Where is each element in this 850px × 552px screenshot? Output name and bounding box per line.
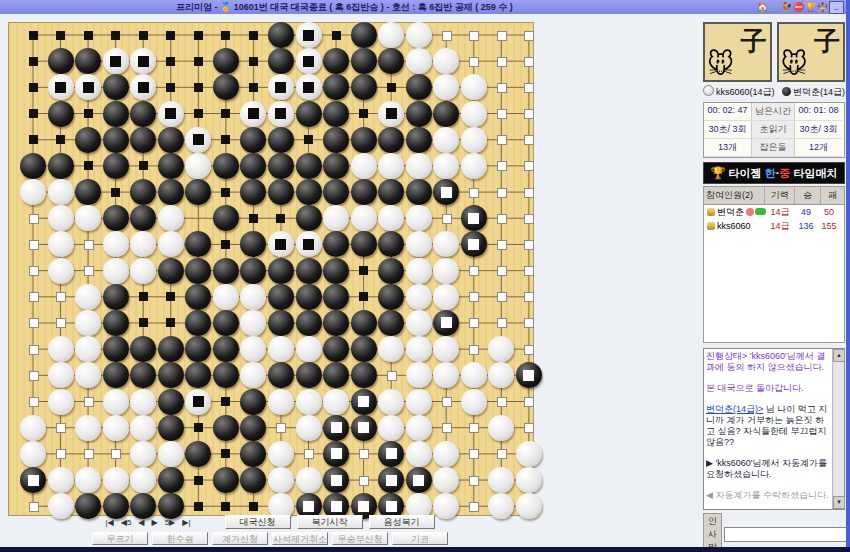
white-stone	[213, 284, 239, 310]
dead-black-stone	[378, 441, 404, 467]
black-stone	[378, 310, 404, 336]
white-stone	[296, 415, 322, 441]
black-territory-marker	[359, 266, 368, 275]
black-stone	[213, 310, 239, 336]
black-stone	[268, 22, 294, 48]
black-square-mark	[275, 82, 286, 93]
black-stone	[20, 153, 46, 179]
button-복기시작[interactable]: 복기시작	[297, 515, 363, 529]
black-territory-marker	[221, 240, 230, 249]
participant-win: 49	[794, 207, 818, 217]
black-captures: 12개	[795, 139, 842, 157]
window-right-border	[846, 0, 850, 552]
white-stone	[103, 389, 129, 415]
white-square-mark	[386, 501, 397, 512]
white-territory-marker	[524, 318, 534, 328]
black-stone	[158, 258, 184, 284]
black-territory-marker	[249, 502, 258, 511]
dead-black-stone	[516, 362, 542, 388]
black-territory-marker	[194, 476, 203, 485]
white-stone	[48, 258, 74, 284]
chat-messages: 진행상태> 'kks6060'님께서 결과에 동의 하지 않으셨습니다.본 대국…	[706, 351, 831, 507]
white-territory-marker	[442, 214, 452, 224]
white-stone	[378, 389, 404, 415]
white-stone	[406, 310, 432, 336]
black-stone	[268, 127, 294, 153]
white-stone	[406, 415, 432, 441]
white-stone	[433, 127, 459, 153]
black-territory-marker	[29, 109, 38, 118]
white-stone	[406, 231, 432, 257]
black-stone	[351, 22, 377, 48]
castle-icon[interactable]: 🏰	[817, 2, 828, 13]
dead-white-stone	[268, 101, 294, 127]
white-territory-marker	[524, 83, 534, 93]
white-territory-marker	[497, 214, 507, 224]
white-square-mark	[468, 239, 479, 250]
scroll-down-icon[interactable]: ▼	[833, 496, 845, 509]
black-territory-marker	[56, 31, 65, 40]
black-stone	[323, 258, 349, 284]
black-territory-marker	[111, 188, 120, 197]
white-square-mark	[523, 370, 534, 381]
black-stone	[296, 205, 322, 231]
white-stone	[103, 231, 129, 257]
cart-icon[interactable]: 🛒	[769, 2, 780, 13]
black-stone	[103, 205, 129, 231]
dead-white-stone	[296, 74, 322, 100]
white-stone	[48, 336, 74, 362]
banner-text: 중	[779, 167, 790, 179]
black-territory-marker	[194, 57, 203, 66]
black-square-mark	[275, 239, 286, 250]
black-square-mark	[193, 134, 204, 145]
black-territory-marker	[221, 502, 230, 511]
white-stone	[268, 467, 294, 493]
white-territory-marker	[469, 318, 479, 328]
white-stone	[268, 441, 294, 467]
participant-rank: 14급	[766, 206, 794, 219]
black-stone	[103, 362, 129, 388]
white-stone	[461, 153, 487, 179]
black-territory-marker	[221, 31, 230, 40]
black-territory-marker	[276, 214, 285, 223]
black-stone	[240, 127, 266, 153]
black-territory-marker	[221, 135, 230, 144]
col-losses: 패	[821, 187, 844, 204]
white-stone	[20, 415, 46, 441]
black-square-mark	[83, 82, 94, 93]
white-stone	[20, 441, 46, 467]
black-territory-marker	[249, 214, 258, 223]
black-stone	[296, 284, 322, 310]
black-stone	[158, 362, 184, 388]
title-bar: 프리미엄 - 🏅 10601번 대국 대국종료 ( 흑 6집반승 ) - 호선 …	[0, 0, 850, 14]
byoyomi-label: 초읽기	[751, 121, 795, 139]
white-territory-marker	[497, 266, 507, 276]
white-territory-marker	[29, 318, 39, 328]
black-stone	[406, 101, 432, 127]
white-stone	[75, 284, 101, 310]
white-territory-marker	[469, 449, 479, 459]
white-stone	[461, 127, 487, 153]
nav-|◀[interactable]: |◀	[106, 518, 114, 527]
black-stone	[213, 467, 239, 493]
white-stone	[406, 441, 432, 467]
white-stone	[48, 362, 74, 388]
black-stone	[103, 101, 129, 127]
black-stone	[213, 48, 239, 74]
white-stone	[433, 284, 459, 310]
white-stone	[406, 336, 432, 362]
event-banner[interactable]: 🏆 타이젬 한·중 타임매치	[703, 162, 845, 184]
dead-black-stone	[351, 389, 377, 415]
black-territory-marker	[84, 31, 93, 40]
home-icon[interactable]: 🏠	[757, 2, 768, 13]
black-stone	[268, 284, 294, 310]
white-territory-marker	[442, 397, 452, 407]
button-한수쉼[interactable]: 한수쉼	[152, 532, 208, 545]
black-stone	[323, 127, 349, 153]
button-사석제거취소[interactable]: 사석제거취소	[272, 532, 328, 545]
nav-▶[interactable]: ▶	[152, 518, 158, 527]
flower-badge-icon	[746, 208, 754, 216]
black-square-mark	[138, 56, 149, 67]
white-territory-marker	[29, 266, 39, 276]
black-square-mark	[138, 82, 149, 93]
button-대국신청[interactable]: 대국신청	[225, 515, 291, 529]
white-stone	[240, 284, 266, 310]
white-territory-marker	[469, 57, 479, 67]
white-territory-marker	[56, 292, 66, 302]
black-stone	[185, 441, 211, 467]
white-territory-marker	[56, 449, 66, 459]
black-square-mark	[248, 108, 259, 119]
black-territory-marker	[166, 83, 175, 92]
black-territory-marker	[249, 57, 258, 66]
white-territory-marker	[524, 161, 534, 171]
button-무승부신청[interactable]: 무승부신청	[332, 532, 388, 545]
white-square-mark	[358, 422, 369, 433]
black-square-mark	[386, 108, 397, 119]
black-stone	[213, 362, 239, 388]
black-stone	[75, 127, 101, 153]
white-square-mark	[331, 475, 342, 486]
black-territory-marker	[29, 83, 38, 92]
white-square-mark	[441, 317, 452, 328]
black-stone	[323, 284, 349, 310]
white-territory-marker	[497, 397, 507, 407]
white-square-mark	[441, 187, 452, 198]
white-stone	[406, 48, 432, 74]
stop-icon[interactable]: ⛔	[793, 2, 804, 13]
mouse-avatar-icon: 🐭	[781, 49, 808, 80]
chat-scrollbar[interactable]: ▲ ▼	[832, 349, 844, 509]
black-stone	[268, 48, 294, 74]
white-territory-marker	[469, 502, 479, 512]
white-territory-marker	[524, 266, 534, 276]
button-기권[interactable]: 기권	[392, 532, 448, 545]
white-stone	[75, 467, 101, 493]
window-title: 프리미엄 - 🏅 10601번 대국 대국종료 ( 흑 6집반승 ) - 호선 …	[176, 1, 513, 14]
black-territory-marker	[304, 135, 313, 144]
captures-label: 잡은돌	[751, 139, 795, 157]
avatar-character: 子	[741, 24, 767, 59]
white-player-avatar: 🐭 子	[703, 22, 772, 82]
black-territory-marker	[166, 292, 175, 301]
white-territory-marker	[497, 83, 507, 93]
black-territory-marker	[194, 423, 203, 432]
banner-text: 타이젬	[729, 167, 765, 179]
white-territory-marker	[359, 449, 369, 459]
black-stone	[48, 153, 74, 179]
black-territory-marker	[359, 292, 368, 301]
white-territory-marker	[524, 240, 534, 250]
white-stone	[516, 441, 542, 467]
black-square-mark	[110, 56, 121, 67]
black-territory-marker	[84, 161, 93, 170]
go-board[interactable]	[8, 22, 534, 516]
white-stone	[406, 258, 432, 284]
white-stone	[103, 467, 129, 493]
button-계가신청[interactable]: 계가신청	[212, 532, 268, 545]
window-bottom-border	[0, 547, 850, 552]
banner-text: 타임매치	[790, 167, 837, 179]
banner-text: 한	[765, 167, 776, 179]
dead-black-stone	[20, 467, 46, 493]
dead-white-stone	[378, 101, 404, 127]
black-stone	[351, 310, 377, 336]
black-stone	[351, 179, 377, 205]
white-square-mark	[413, 475, 424, 486]
white-stone	[103, 415, 129, 441]
move-nav-buttons[interactable]: |◀◀5◀▶5▶▶|	[106, 518, 191, 527]
chat-input[interactable]	[724, 527, 847, 542]
white-stone	[75, 415, 101, 441]
black-stone	[351, 362, 377, 388]
black-stone	[268, 153, 294, 179]
chat-message: 변덕춘(14급)> 님 나이 먹고 지니까 계가 거부하는 늙은짓 하고 싶음?…	[706, 404, 831, 448]
white-territory-marker	[29, 371, 39, 381]
white-territory-marker	[276, 423, 286, 433]
black-stone	[213, 336, 239, 362]
black-time: 00: 01: 08	[795, 103, 842, 121]
sidebar: 🐭 子 🐭 子 kks6060(14급) 변덕춘(14급) 00: 02: 47…	[703, 22, 845, 552]
black-territory-marker	[139, 31, 148, 40]
white-stone-icon	[703, 85, 714, 96]
dead-white-stone	[185, 127, 211, 153]
white-stone	[75, 310, 101, 336]
nav-◀[interactable]: ◀	[138, 518, 144, 527]
white-territory-marker	[524, 57, 534, 67]
black-square-mark	[165, 108, 176, 119]
white-stone	[185, 153, 211, 179]
black-stone	[323, 179, 349, 205]
black-territory-marker	[139, 292, 148, 301]
black-square-mark	[303, 56, 314, 67]
white-territory-marker	[29, 214, 39, 224]
white-stone	[268, 389, 294, 415]
white-territory-marker	[524, 188, 534, 198]
white-territory-marker	[56, 423, 66, 433]
black-territory-marker	[194, 31, 203, 40]
trophy-icon: 🏆	[711, 166, 726, 180]
dead-black-stone	[351, 415, 377, 441]
white-stone	[433, 258, 459, 284]
black-stone	[103, 74, 129, 100]
black-square-mark	[275, 108, 286, 119]
black-stone	[378, 258, 404, 284]
black-stone	[351, 48, 377, 74]
black-square-mark	[193, 396, 204, 407]
participant-name: 변덕춘	[717, 207, 744, 217]
white-territory-marker	[387, 371, 397, 381]
black-stone	[268, 310, 294, 336]
participant-name: kks6060	[717, 221, 751, 231]
white-territory-marker	[56, 318, 66, 328]
col-wins: 승	[795, 187, 821, 204]
black-player-name: 변덕춘(14급)	[782, 86, 845, 99]
white-stone	[461, 101, 487, 127]
white-captures: 13개	[704, 139, 751, 157]
black-stone	[323, 153, 349, 179]
black-stone	[103, 336, 129, 362]
black-stone	[351, 127, 377, 153]
black-stone	[240, 389, 266, 415]
white-territory-marker	[497, 161, 507, 171]
white-territory-marker	[469, 31, 479, 41]
button-음성복기[interactable]: 음성복기	[369, 515, 435, 529]
dead-white-stone	[103, 48, 129, 74]
white-stone	[461, 74, 487, 100]
trophy-icon[interactable]: 🏆	[805, 2, 816, 13]
black-territory-marker	[166, 31, 175, 40]
black-territory-marker	[139, 161, 148, 170]
black-territory-marker	[221, 188, 230, 197]
col-rank: 기력	[765, 187, 795, 204]
white-square-mark	[386, 448, 397, 459]
dead-white-stone	[296, 48, 322, 74]
white-stone	[406, 22, 432, 48]
dead-white-stone	[185, 389, 211, 415]
white-territory-marker	[29, 240, 39, 250]
white-stone	[406, 205, 432, 231]
white-stone	[351, 153, 377, 179]
black-territory-marker	[84, 109, 93, 118]
white-territory-marker	[524, 214, 534, 224]
button-무르기[interactable]: 무르기	[92, 532, 148, 545]
dead-black-stone	[406, 467, 432, 493]
dead-black-stone	[378, 467, 404, 493]
black-square-mark	[303, 30, 314, 41]
white-territory-marker	[497, 240, 507, 250]
black-territory-marker	[29, 135, 38, 144]
white-territory-marker	[497, 318, 507, 328]
black-territory-marker	[194, 109, 203, 118]
white-stone	[406, 284, 432, 310]
black-stone	[75, 179, 101, 205]
white-stone	[130, 441, 156, 467]
white-territory-marker	[497, 292, 507, 302]
black-stone	[185, 284, 211, 310]
black-territory-marker	[221, 109, 230, 118]
white-stone	[378, 415, 404, 441]
dead-white-stone	[48, 74, 74, 100]
white-stone	[406, 153, 432, 179]
black-stone	[213, 205, 239, 231]
black-territory-marker	[166, 57, 175, 66]
white-territory-marker	[524, 31, 534, 41]
white-territory-marker	[469, 266, 479, 276]
rooster-icon[interactable]: 🐓	[781, 2, 792, 13]
white-square-mark	[331, 501, 342, 512]
white-stone	[323, 389, 349, 415]
minimize-button[interactable]: _	[829, 1, 844, 14]
white-territory-marker	[469, 423, 479, 433]
nav-5▶[interactable]: 5▶	[165, 518, 176, 527]
white-stone	[296, 467, 322, 493]
black-stone	[268, 179, 294, 205]
white-square-mark	[358, 501, 369, 512]
white-territory-marker	[497, 449, 507, 459]
white-square-mark	[303, 501, 314, 512]
black-stone	[213, 153, 239, 179]
black-territory-marker	[29, 57, 38, 66]
dead-black-stone	[323, 415, 349, 441]
black-stone	[351, 336, 377, 362]
black-stone	[158, 336, 184, 362]
white-stone	[158, 441, 184, 467]
black-stone-icon	[782, 87, 791, 96]
nav-◀5[interactable]: ◀5	[121, 518, 132, 527]
nav-▶|[interactable]: ▶|	[182, 518, 190, 527]
participant-row[interactable]: 변덕춘14급4950	[704, 205, 844, 219]
white-stone	[48, 205, 74, 231]
white-stone	[103, 258, 129, 284]
chat-message: ◀ 자동계가를 수락하셨습니다.	[706, 490, 831, 501]
black-stone	[158, 127, 184, 153]
black-stone	[323, 310, 349, 336]
dead-black-stone	[461, 205, 487, 231]
white-stone	[378, 153, 404, 179]
white-square-mark	[386, 475, 397, 486]
black-stone	[296, 258, 322, 284]
scroll-up-icon[interactable]: ▲	[833, 349, 845, 362]
black-territory-marker	[359, 109, 368, 118]
white-territory-marker	[524, 345, 534, 355]
white-player-name: kks6060(14급)	[703, 85, 775, 99]
white-stone	[48, 179, 74, 205]
black-stone	[213, 415, 239, 441]
white-stone	[351, 205, 377, 231]
black-stone	[103, 153, 129, 179]
black-stone	[158, 389, 184, 415]
black-square-mark	[303, 239, 314, 250]
white-stone	[48, 389, 74, 415]
black-stone	[351, 74, 377, 100]
black-stone	[158, 179, 184, 205]
white-stone	[20, 179, 46, 205]
participant-row[interactable]: kks606014급136155	[704, 219, 844, 233]
white-territory-marker	[111, 449, 121, 459]
white-territory-marker	[524, 135, 534, 145]
dead-black-stone	[323, 441, 349, 467]
white-territory-marker	[84, 449, 94, 459]
white-territory-marker	[29, 502, 39, 512]
white-stone	[461, 389, 487, 415]
black-stone	[268, 258, 294, 284]
white-stone	[130, 415, 156, 441]
